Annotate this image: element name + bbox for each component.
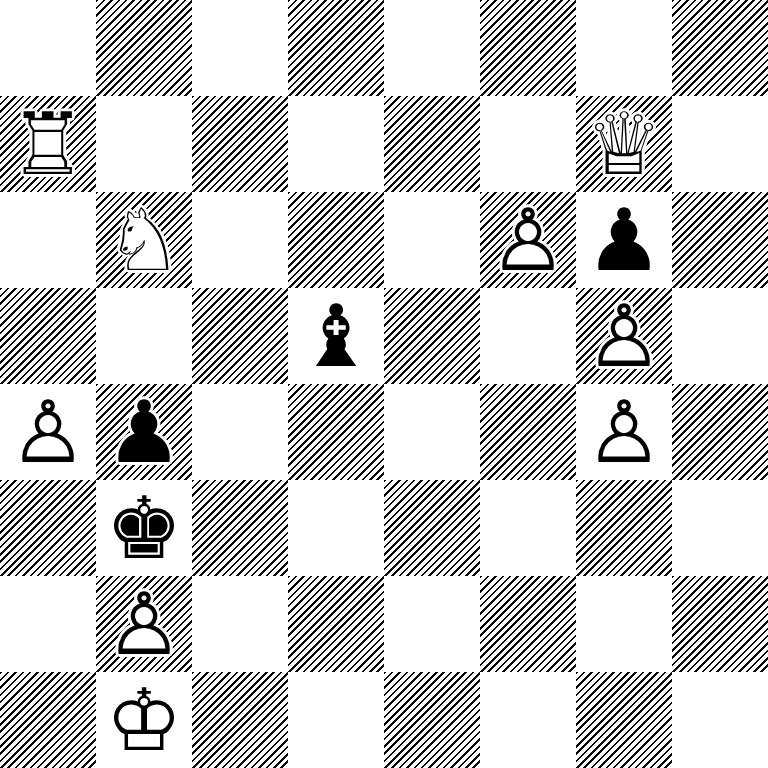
square-e3[interactable] bbox=[384, 480, 480, 576]
white-queen-icon: ♕ bbox=[576, 96, 672, 192]
square-a8[interactable] bbox=[0, 0, 96, 96]
white-king-icon: ♔ bbox=[96, 672, 192, 768]
white-pawn-g5: ♟♙ bbox=[576, 288, 672, 384]
square-h6[interactable] bbox=[672, 192, 768, 288]
square-a3[interactable] bbox=[0, 480, 96, 576]
square-c8[interactable] bbox=[192, 0, 288, 96]
square-b3[interactable]: ♚♚ bbox=[96, 480, 192, 576]
white-rook-a7: ♜♖ bbox=[0, 96, 96, 192]
square-e6[interactable] bbox=[384, 192, 480, 288]
black-bishop-d5: ♝♝ bbox=[288, 288, 384, 384]
square-f6[interactable]: ♟♙ bbox=[480, 192, 576, 288]
white-pawn-icon: ♙ bbox=[576, 288, 672, 384]
square-b8[interactable] bbox=[96, 0, 192, 96]
square-f4[interactable] bbox=[480, 384, 576, 480]
square-a2[interactable] bbox=[0, 576, 96, 672]
black-king-b3: ♚♚ bbox=[96, 480, 192, 576]
square-d3[interactable] bbox=[288, 480, 384, 576]
square-e2[interactable] bbox=[384, 576, 480, 672]
square-a1[interactable] bbox=[0, 672, 96, 768]
chess-board: ♜♖♛♕♞♘♟♙♟♟♝♝♟♙♟♙♟♟♟♙♚♚♟♙♚♔ bbox=[0, 0, 768, 768]
square-h2[interactable] bbox=[672, 576, 768, 672]
white-queen-g7: ♛♕ bbox=[576, 96, 672, 192]
square-f5[interactable] bbox=[480, 288, 576, 384]
square-b6[interactable]: ♞♘ bbox=[96, 192, 192, 288]
square-c2[interactable] bbox=[192, 576, 288, 672]
square-g7[interactable]: ♛♕ bbox=[576, 96, 672, 192]
square-d6[interactable] bbox=[288, 192, 384, 288]
square-f2[interactable] bbox=[480, 576, 576, 672]
square-h4[interactable] bbox=[672, 384, 768, 480]
square-a4[interactable]: ♟♙ bbox=[0, 384, 96, 480]
square-c3[interactable] bbox=[192, 480, 288, 576]
square-b1[interactable]: ♚♔ bbox=[96, 672, 192, 768]
black-bishop-icon: ♝ bbox=[288, 288, 384, 384]
square-c6[interactable] bbox=[192, 192, 288, 288]
square-d1[interactable] bbox=[288, 672, 384, 768]
white-king-b1: ♚♔ bbox=[96, 672, 192, 768]
square-g8[interactable] bbox=[576, 0, 672, 96]
square-e5[interactable] bbox=[384, 288, 480, 384]
square-e1[interactable] bbox=[384, 672, 480, 768]
square-f7[interactable] bbox=[480, 96, 576, 192]
black-pawn-g6: ♟♟ bbox=[576, 192, 672, 288]
square-g5[interactable]: ♟♙ bbox=[576, 288, 672, 384]
square-f3[interactable] bbox=[480, 480, 576, 576]
white-pawn-icon: ♙ bbox=[96, 576, 192, 672]
black-pawn-icon: ♟ bbox=[96, 384, 192, 480]
white-pawn-b2: ♟♙ bbox=[96, 576, 192, 672]
square-h7[interactable] bbox=[672, 96, 768, 192]
black-pawn-b4: ♟♟ bbox=[96, 384, 192, 480]
white-knight-b6: ♞♘ bbox=[96, 192, 192, 288]
square-c4[interactable] bbox=[192, 384, 288, 480]
square-h1[interactable] bbox=[672, 672, 768, 768]
square-b2[interactable]: ♟♙ bbox=[96, 576, 192, 672]
square-d2[interactable] bbox=[288, 576, 384, 672]
square-d7[interactable] bbox=[288, 96, 384, 192]
white-pawn-icon: ♙ bbox=[0, 384, 96, 480]
black-pawn-icon: ♟ bbox=[576, 192, 672, 288]
square-a7[interactable]: ♜♖ bbox=[0, 96, 96, 192]
square-h8[interactable] bbox=[672, 0, 768, 96]
white-pawn-f6: ♟♙ bbox=[480, 192, 576, 288]
square-f8[interactable] bbox=[480, 0, 576, 96]
square-e8[interactable] bbox=[384, 0, 480, 96]
square-c1[interactable] bbox=[192, 672, 288, 768]
white-pawn-g4: ♟♙ bbox=[576, 384, 672, 480]
white-knight-icon: ♘ bbox=[96, 192, 192, 288]
white-rook-icon: ♖ bbox=[0, 96, 96, 192]
square-c7[interactable] bbox=[192, 96, 288, 192]
square-f1[interactable] bbox=[480, 672, 576, 768]
square-g2[interactable] bbox=[576, 576, 672, 672]
square-g6[interactable]: ♟♟ bbox=[576, 192, 672, 288]
square-d4[interactable] bbox=[288, 384, 384, 480]
square-a6[interactable] bbox=[0, 192, 96, 288]
square-d8[interactable] bbox=[288, 0, 384, 96]
square-e4[interactable] bbox=[384, 384, 480, 480]
square-b5[interactable] bbox=[96, 288, 192, 384]
square-b7[interactable] bbox=[96, 96, 192, 192]
square-g4[interactable]: ♟♙ bbox=[576, 384, 672, 480]
white-pawn-icon: ♙ bbox=[576, 384, 672, 480]
square-e7[interactable] bbox=[384, 96, 480, 192]
square-g1[interactable] bbox=[576, 672, 672, 768]
square-d5[interactable]: ♝♝ bbox=[288, 288, 384, 384]
white-pawn-a4: ♟♙ bbox=[0, 384, 96, 480]
square-h5[interactable] bbox=[672, 288, 768, 384]
black-king-icon: ♚ bbox=[96, 480, 192, 576]
white-pawn-icon: ♙ bbox=[480, 192, 576, 288]
square-g3[interactable] bbox=[576, 480, 672, 576]
square-a5[interactable] bbox=[0, 288, 96, 384]
square-c5[interactable] bbox=[192, 288, 288, 384]
square-b4[interactable]: ♟♟ bbox=[96, 384, 192, 480]
square-h3[interactable] bbox=[672, 480, 768, 576]
